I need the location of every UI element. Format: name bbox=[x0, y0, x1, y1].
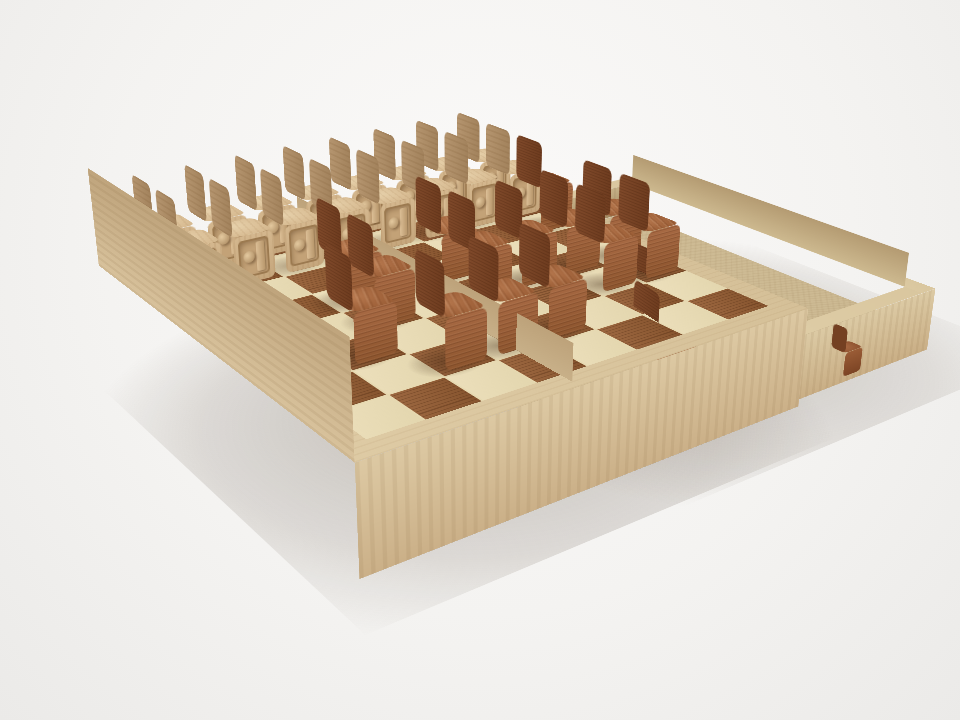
piece-left-face bbox=[184, 164, 207, 223]
carve-bar bbox=[256, 240, 266, 271]
square-f8[interactable] bbox=[597, 315, 682, 349]
carve-peg bbox=[243, 250, 255, 264]
piece-left-face bbox=[234, 154, 257, 211]
render-scene bbox=[0, 0, 960, 720]
piece-left-face bbox=[329, 136, 352, 191]
square-h8[interactable] bbox=[687, 288, 769, 319]
square-b8[interactable] bbox=[389, 378, 481, 420]
piece-left-face bbox=[282, 145, 305, 201]
